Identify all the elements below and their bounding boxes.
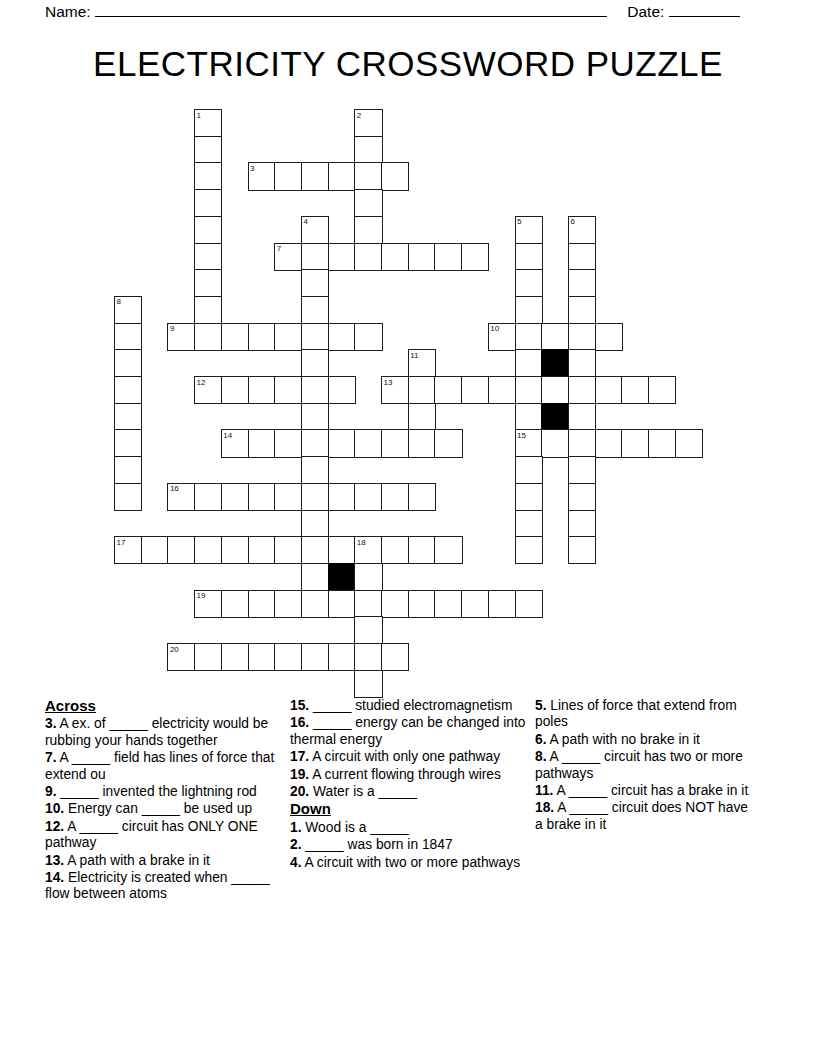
clue-number: 8 — [117, 297, 121, 306]
grid-cell[interactable] — [194, 269, 222, 297]
grid-cell[interactable] — [248, 483, 276, 511]
grid-cell[interactable] — [568, 323, 596, 351]
grid-cell[interactable] — [248, 536, 276, 564]
grid-cell[interactable] — [354, 643, 382, 671]
grid-cell[interactable] — [301, 349, 329, 377]
clue-number: 13 — [384, 378, 393, 387]
date-input-line[interactable] — [669, 3, 740, 17]
grid-cell[interactable] — [194, 162, 222, 190]
grid-cell[interactable] — [568, 243, 596, 271]
crossword-grid: 1234567891011121314151617181920 — [114, 109, 704, 699]
grid-cell[interactable] — [434, 590, 462, 618]
clue-down-18: 18. A _____ circuit does NOT have a brak… — [535, 800, 753, 833]
grid-cell[interactable] — [568, 510, 596, 538]
grid-cell[interactable] — [274, 323, 302, 351]
grid-cell[interactable] — [328, 429, 356, 457]
grid-cell[interactable] — [461, 590, 489, 618]
black-cell — [541, 403, 569, 431]
grid-cell[interactable] — [301, 483, 329, 511]
grid-cell[interactable] — [354, 429, 382, 457]
clue-number: 4 — [303, 217, 307, 226]
grid-cell[interactable] — [301, 269, 329, 297]
grid-cell[interactable] — [381, 643, 409, 671]
grid-cell[interactable] — [408, 536, 436, 564]
clue-across-9: 9. _____ invented the lightning rod — [45, 784, 283, 800]
grid-cell[interactable] — [381, 483, 409, 511]
grid-cell[interactable] — [301, 590, 329, 618]
clue-number: 2 — [357, 111, 361, 120]
grid-cell[interactable] — [274, 536, 302, 564]
grid-cell[interactable] — [167, 536, 195, 564]
grid-cell[interactable] — [301, 162, 329, 190]
grid-cell[interactable] — [595, 429, 623, 457]
clue-number: 20 — [170, 645, 179, 654]
grid-cell[interactable] — [301, 296, 329, 324]
grid-cell[interactable] — [568, 429, 596, 457]
clue-down-5: 5. Lines of force that extend from poles — [535, 698, 753, 731]
grid-cell[interactable] — [408, 243, 436, 271]
clue-number: 19 — [197, 591, 206, 600]
clue-across-13: 13. A path with a brake in it — [45, 853, 283, 869]
clue-across-15: 15. _____ studied electromagnetism — [290, 698, 533, 714]
grid-cell[interactable] — [301, 243, 329, 271]
name-label: Name: — [45, 3, 91, 20]
grid-cell[interactable] — [434, 429, 462, 457]
grid-cell[interactable] — [381, 162, 409, 190]
grid-cell[interactable] — [515, 510, 543, 538]
grid-cell[interactable] — [675, 429, 703, 457]
grid-cell[interactable] — [354, 323, 382, 351]
clue-number: 9 — [170, 324, 174, 333]
name-date-row: Name: Date: — [45, 3, 771, 21]
clue-down-1: 1. Wood is a _____ — [290, 820, 533, 836]
grid-cell[interactable] — [434, 536, 462, 564]
grid-cell[interactable] — [515, 323, 543, 351]
grid-cell[interactable] — [274, 429, 302, 457]
clue-number: 15 — [517, 431, 526, 440]
grid-cell[interactable] — [568, 403, 596, 431]
grid-cell[interactable] — [301, 536, 329, 564]
grid-cell[interactable] — [194, 243, 222, 271]
grid-cell[interactable] — [541, 323, 569, 351]
grid-cell[interactable] — [274, 483, 302, 511]
grid-cell[interactable] — [515, 349, 543, 377]
page-title: ELECTRICITY CROSSWORD PUZZLE — [0, 44, 816, 84]
clue-number: 5 — [517, 217, 521, 226]
black-cell — [328, 563, 356, 591]
clue-across-17: 17. A circuit with only one pathway — [290, 749, 533, 765]
grid-cell[interactable] — [194, 643, 222, 671]
grid-cell[interactable] — [328, 376, 356, 404]
grid-cell[interactable] — [381, 243, 409, 271]
grid-cell[interactable] — [515, 296, 543, 324]
grid-cell[interactable] — [301, 323, 329, 351]
grid-cell[interactable] — [381, 429, 409, 457]
grid-cell[interactable] — [434, 376, 462, 404]
clue-down-6: 6. A path with no brake in it — [535, 732, 753, 748]
grid-cell[interactable] — [488, 590, 516, 618]
grid-cell[interactable] — [194, 483, 222, 511]
grid-cell[interactable] — [354, 216, 382, 244]
clue-number: 18 — [357, 538, 366, 547]
grid-cell[interactable] — [114, 456, 142, 484]
grid-cell[interactable] — [381, 590, 409, 618]
clue-across-3: 3. A ex. of _____ electricity would be r… — [45, 716, 283, 749]
clue-down-8: 8. A _____ circuit has two or more pathw… — [535, 749, 753, 782]
clue-number: 14 — [223, 431, 232, 440]
clues-column-1: Across3. A ex. of _____ electricity woul… — [45, 698, 283, 904]
grid-cell[interactable] — [328, 483, 356, 511]
name-input-line[interactable] — [95, 3, 607, 17]
clue-across-12: 12. A _____ circuit has ONLY ONE pathway — [45, 819, 283, 852]
grid-cell[interactable] — [648, 429, 676, 457]
grid-cell[interactable] — [194, 296, 222, 324]
grid-cell[interactable] — [141, 536, 169, 564]
clue-across-16: 16. _____ energy can be changed into the… — [290, 715, 533, 748]
clue-across-14: 14. Electricity is created when _____ fl… — [45, 870, 283, 903]
grid-cell[interactable] — [328, 162, 356, 190]
grid-cell[interactable] — [248, 590, 276, 618]
grid-cell[interactable] — [354, 563, 382, 591]
grid-cell[interactable] — [194, 189, 222, 217]
clue-across-7: 7. A _____ field has lines of force that… — [45, 750, 283, 783]
grid-cell[interactable] — [648, 376, 676, 404]
grid-cell[interactable] — [301, 429, 329, 457]
clues-column-2: 15. _____ studied electromagnetism16. __… — [290, 698, 533, 872]
grid-cell[interactable] — [328, 243, 356, 271]
grid-cell[interactable] — [194, 216, 222, 244]
date-label: Date: — [627, 3, 664, 20]
grid-cell[interactable] — [568, 456, 596, 484]
clue-across-10: 10. Energy can _____ be used up — [45, 801, 283, 817]
clue-number: 1 — [197, 111, 201, 120]
grid-cell[interactable] — [194, 136, 222, 164]
grid-cell[interactable] — [408, 590, 436, 618]
grid-cell[interactable] — [301, 456, 329, 484]
clue-number: 3 — [250, 164, 254, 173]
grid-cell[interactable] — [354, 243, 382, 271]
clue-down-11: 11. A _____ circuit has a brake in it — [535, 783, 753, 799]
clue-number: 17 — [117, 538, 126, 547]
grid-cell[interactable] — [221, 323, 249, 351]
grid-cell[interactable] — [595, 376, 623, 404]
grid-cell[interactable] — [274, 162, 302, 190]
grid-cell[interactable] — [354, 670, 382, 698]
grid-cell[interactable] — [274, 590, 302, 618]
grid-cell[interactable] — [221, 483, 249, 511]
grid-cell[interactable] — [515, 456, 543, 484]
clue-number: 10 — [490, 324, 499, 333]
grid-cell[interactable] — [434, 243, 462, 271]
grid-cell[interactable] — [541, 376, 569, 404]
clue-down-2: 2. _____ was born in 1847 — [290, 837, 533, 853]
grid-cell[interactable] — [568, 296, 596, 324]
clue-down-4: 4. A circuit with two or more pathways — [290, 855, 533, 871]
grid-cell[interactable] — [301, 510, 329, 538]
grid-cell[interactable] — [515, 536, 543, 564]
grid-cell[interactable] — [621, 429, 649, 457]
grid-cell[interactable] — [301, 403, 329, 431]
grid-cell[interactable] — [381, 536, 409, 564]
grid-cell[interactable] — [621, 376, 649, 404]
grid-cell[interactable] — [354, 162, 382, 190]
grid-cell[interactable] — [114, 323, 142, 351]
grid-cell[interactable] — [114, 376, 142, 404]
grid-cell[interactable] — [221, 536, 249, 564]
grid-cell[interactable] — [354, 590, 382, 618]
clue-number: 11 — [410, 351, 418, 360]
grid-cell[interactable] — [541, 429, 569, 457]
grid-cell[interactable] — [328, 323, 356, 351]
grid-cell[interactable] — [568, 536, 596, 564]
grid-cell[interactable] — [221, 643, 249, 671]
grid-cell[interactable] — [114, 403, 142, 431]
grid-cell[interactable] — [568, 349, 596, 377]
grid-cell[interactable] — [408, 403, 436, 431]
grid-cell[interactable] — [461, 376, 489, 404]
clue-across-20: 20. Water is a _____ — [290, 784, 533, 800]
grid-cell[interactable] — [194, 323, 222, 351]
grid-cell[interactable] — [194, 536, 222, 564]
grid-cell[interactable] — [248, 429, 276, 457]
grid-cell[interactable] — [515, 403, 543, 431]
grid-cell[interactable] — [354, 483, 382, 511]
clue-across-19: 19. A current flowing through wires — [290, 767, 533, 783]
grid-cell[interactable] — [354, 189, 382, 217]
grid-cell[interactable] — [114, 483, 142, 511]
grid-cell[interactable] — [248, 323, 276, 351]
clues-column-3: 5. Lines of force that extend from poles… — [535, 698, 753, 834]
grid-cell[interactable] — [488, 376, 516, 404]
grid-cell[interactable] — [568, 376, 596, 404]
grid-cell[interactable] — [301, 643, 329, 671]
grid-cell[interactable] — [301, 563, 329, 591]
grid-cell[interactable] — [595, 323, 623, 351]
clue-number: 7 — [277, 244, 281, 253]
grid-cell[interactable] — [568, 269, 596, 297]
grid-cell[interactable] — [515, 483, 543, 511]
grid-cell[interactable] — [408, 376, 436, 404]
black-cell — [541, 349, 569, 377]
clue-number: 16 — [170, 484, 179, 493]
grid-cell[interactable] — [248, 376, 276, 404]
grid-cell[interactable] — [328, 590, 356, 618]
clue-number: 6 — [570, 217, 574, 226]
grid-cell[interactable] — [328, 643, 356, 671]
clue-list-header: Down — [290, 801, 533, 817]
grid-cell[interactable] — [328, 536, 356, 564]
grid-cell[interactable] — [568, 483, 596, 511]
grid-cell[interactable] — [274, 376, 302, 404]
grid-cell[interactable] — [301, 376, 329, 404]
grid-cell[interactable] — [515, 376, 543, 404]
grid-cell[interactable] — [461, 243, 489, 271]
grid-cell[interactable] — [515, 243, 543, 271]
grid-cell[interactable] — [408, 429, 436, 457]
grid-cell[interactable] — [274, 643, 302, 671]
grid-cell[interactable] — [515, 269, 543, 297]
grid-cell[interactable] — [515, 590, 543, 618]
grid-cell[interactable] — [221, 590, 249, 618]
clue-number: 12 — [197, 378, 206, 387]
grid-cell[interactable] — [248, 643, 276, 671]
grid-cell[interactable] — [221, 376, 249, 404]
clue-list-header: Across — [45, 698, 283, 714]
grid-cell[interactable] — [354, 136, 382, 164]
grid-cell[interactable] — [408, 483, 436, 511]
grid-cell[interactable] — [354, 616, 382, 644]
grid-cell[interactable] — [114, 429, 142, 457]
grid-cell[interactable] — [114, 349, 142, 377]
